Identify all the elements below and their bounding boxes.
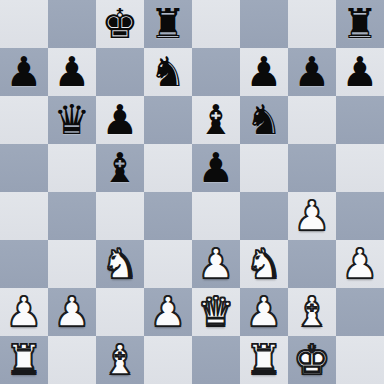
piece-black-rook-h8[interactable]: ♜ (342, 0, 379, 48)
square-f7[interactable]: ♟ (240, 48, 288, 96)
square-b4[interactable] (48, 192, 96, 240)
piece-white-pawn-h3[interactable]: ♟ (342, 240, 379, 288)
square-a4[interactable] (0, 192, 48, 240)
square-c5[interactable]: ♝ (96, 144, 144, 192)
square-b2[interactable]: ♟ (48, 288, 96, 336)
square-g5[interactable] (288, 144, 336, 192)
piece-black-pawn-e5[interactable]: ♟ (198, 144, 235, 192)
piece-white-bishop-g2[interactable]: ♝ (294, 288, 331, 336)
square-g4[interactable]: ♟ (288, 192, 336, 240)
square-b1[interactable] (48, 336, 96, 384)
square-d2[interactable]: ♟ (144, 288, 192, 336)
square-f5[interactable] (240, 144, 288, 192)
square-a5[interactable] (0, 144, 48, 192)
square-b5[interactable] (48, 144, 96, 192)
square-a6[interactable] (0, 96, 48, 144)
piece-black-pawn-b7[interactable]: ♟ (54, 48, 91, 96)
piece-black-king-c8[interactable]: ♚ (102, 0, 139, 48)
square-e4[interactable] (192, 192, 240, 240)
piece-black-rook-d8[interactable]: ♜ (150, 0, 187, 48)
square-a1[interactable]: ♜ (0, 336, 48, 384)
square-e7[interactable] (192, 48, 240, 96)
square-f8[interactable] (240, 0, 288, 48)
piece-black-pawn-g7[interactable]: ♟ (294, 48, 331, 96)
square-c3[interactable]: ♞ (96, 240, 144, 288)
piece-black-bishop-c5[interactable]: ♝ (102, 144, 139, 192)
square-g1[interactable]: ♚ (288, 336, 336, 384)
piece-white-bishop-c1[interactable]: ♝ (102, 336, 139, 384)
square-g3[interactable] (288, 240, 336, 288)
piece-white-pawn-d2[interactable]: ♟ (150, 288, 187, 336)
piece-white-rook-f1[interactable]: ♜ (246, 336, 283, 384)
square-d5[interactable] (144, 144, 192, 192)
square-d6[interactable] (144, 96, 192, 144)
piece-white-pawn-a2[interactable]: ♟ (6, 288, 43, 336)
square-g6[interactable] (288, 96, 336, 144)
square-a7[interactable]: ♟ (0, 48, 48, 96)
square-e3[interactable]: ♟ (192, 240, 240, 288)
piece-black-pawn-f7[interactable]: ♟ (246, 48, 283, 96)
square-c8[interactable]: ♚ (96, 0, 144, 48)
square-b8[interactable] (48, 0, 96, 48)
square-f6[interactable]: ♞ (240, 96, 288, 144)
square-b3[interactable] (48, 240, 96, 288)
square-e8[interactable] (192, 0, 240, 48)
piece-white-pawn-f2[interactable]: ♟ (246, 288, 283, 336)
piece-white-rook-a1[interactable]: ♜ (6, 336, 43, 384)
square-e6[interactable]: ♝ (192, 96, 240, 144)
piece-black-pawn-c6[interactable]: ♟ (102, 96, 139, 144)
square-d7[interactable]: ♞ (144, 48, 192, 96)
piece-black-pawn-h7[interactable]: ♟ (342, 48, 379, 96)
square-b6[interactable]: ♛ (48, 96, 96, 144)
square-e1[interactable] (192, 336, 240, 384)
square-f4[interactable] (240, 192, 288, 240)
square-h7[interactable]: ♟ (336, 48, 384, 96)
square-h2[interactable] (336, 288, 384, 336)
square-f1[interactable]: ♜ (240, 336, 288, 384)
square-h6[interactable] (336, 96, 384, 144)
chess-board: ♚♜♜♟♟♞♟♟♟♛♟♝♞♝♟♟♞♟♞♟♟♟♟♛♟♝♜♝♜♚ (0, 0, 384, 384)
square-d4[interactable] (144, 192, 192, 240)
piece-white-pawn-g4[interactable]: ♟ (294, 192, 331, 240)
square-h4[interactable] (336, 192, 384, 240)
square-g7[interactable]: ♟ (288, 48, 336, 96)
square-d3[interactable] (144, 240, 192, 288)
square-a2[interactable]: ♟ (0, 288, 48, 336)
square-d1[interactable] (144, 336, 192, 384)
square-c4[interactable] (96, 192, 144, 240)
square-e5[interactable]: ♟ (192, 144, 240, 192)
piece-white-knight-c3[interactable]: ♞ (102, 240, 139, 288)
square-c7[interactable] (96, 48, 144, 96)
piece-white-king-g1[interactable]: ♚ (294, 336, 331, 384)
square-a3[interactable] (0, 240, 48, 288)
piece-white-queen-e2[interactable]: ♛ (198, 288, 235, 336)
piece-black-bishop-e6[interactable]: ♝ (198, 96, 235, 144)
piece-black-pawn-a7[interactable]: ♟ (6, 48, 43, 96)
square-e2[interactable]: ♛ (192, 288, 240, 336)
square-g8[interactable] (288, 0, 336, 48)
square-d8[interactable]: ♜ (144, 0, 192, 48)
square-f3[interactable]: ♞ (240, 240, 288, 288)
piece-black-queen-b6[interactable]: ♛ (54, 96, 91, 144)
square-c1[interactable]: ♝ (96, 336, 144, 384)
square-a8[interactable] (0, 0, 48, 48)
square-f2[interactable]: ♟ (240, 288, 288, 336)
square-h1[interactable] (336, 336, 384, 384)
square-c2[interactable] (96, 288, 144, 336)
piece-white-pawn-e3[interactable]: ♟ (198, 240, 235, 288)
square-c6[interactable]: ♟ (96, 96, 144, 144)
square-b7[interactable]: ♟ (48, 48, 96, 96)
square-h3[interactable]: ♟ (336, 240, 384, 288)
square-h8[interactable]: ♜ (336, 0, 384, 48)
piece-black-knight-f6[interactable]: ♞ (246, 96, 283, 144)
square-h5[interactable] (336, 144, 384, 192)
piece-white-pawn-b2[interactable]: ♟ (54, 288, 91, 336)
square-g2[interactable]: ♝ (288, 288, 336, 336)
piece-black-knight-d7[interactable]: ♞ (150, 48, 187, 96)
piece-white-knight-f3[interactable]: ♞ (246, 240, 283, 288)
